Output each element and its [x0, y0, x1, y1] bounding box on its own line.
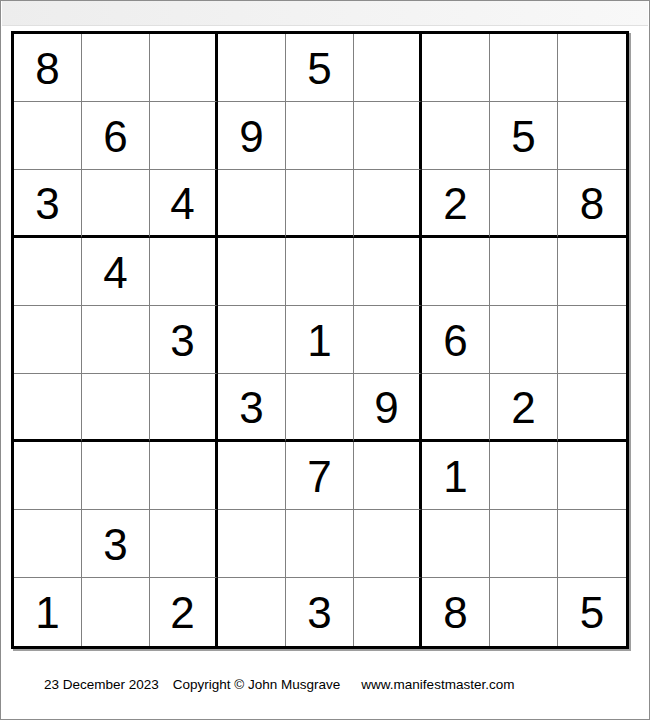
- given-digit: 5: [307, 47, 331, 91]
- given-digit: 2: [511, 386, 535, 430]
- given-digit: 6: [443, 319, 467, 363]
- cell-r2c6[interactable]: [354, 102, 422, 170]
- cell-r9c2[interactable]: [82, 578, 150, 646]
- cell-r6c9[interactable]: [558, 374, 626, 442]
- given-digit: 9: [239, 115, 263, 159]
- given-digit: 5: [580, 591, 604, 635]
- cell-r3c7: 2: [422, 170, 490, 238]
- cell-r8c2: 3: [82, 510, 150, 578]
- cell-r9c9: 5: [558, 578, 626, 646]
- cell-r8c8[interactable]: [490, 510, 558, 578]
- cell-r5c8[interactable]: [490, 306, 558, 374]
- cell-r3c5[interactable]: [286, 170, 354, 238]
- cell-r7c9[interactable]: [558, 442, 626, 510]
- cell-r2c8: 5: [490, 102, 558, 170]
- given-digit: 3: [170, 319, 194, 363]
- cell-r6c8: 2: [490, 374, 558, 442]
- cell-r1c6[interactable]: [354, 34, 422, 102]
- cell-r3c4[interactable]: [218, 170, 286, 238]
- given-digit: 3: [239, 386, 263, 430]
- cell-r6c4: 3: [218, 374, 286, 442]
- cell-r7c3[interactable]: [150, 442, 218, 510]
- cell-r4c2: 4: [82, 238, 150, 306]
- cell-r8c5[interactable]: [286, 510, 354, 578]
- given-digit: 4: [170, 182, 194, 226]
- cell-r4c9[interactable]: [558, 238, 626, 306]
- cell-r7c7: 1: [422, 442, 490, 510]
- cell-r2c4: 9: [218, 102, 286, 170]
- cell-r8c6[interactable]: [354, 510, 422, 578]
- cell-r1c7[interactable]: [422, 34, 490, 102]
- cell-r1c1: 8: [14, 34, 82, 102]
- cell-r2c1[interactable]: [14, 102, 82, 170]
- cell-r9c5: 3: [286, 578, 354, 646]
- cell-r9c4[interactable]: [218, 578, 286, 646]
- cell-r6c1[interactable]: [14, 374, 82, 442]
- given-digit: 5: [511, 115, 535, 159]
- cell-r5c6[interactable]: [354, 306, 422, 374]
- cell-r1c5: 5: [286, 34, 354, 102]
- cell-r5c1[interactable]: [14, 306, 82, 374]
- given-digit: 3: [307, 591, 331, 635]
- cell-r7c5: 7: [286, 442, 354, 510]
- given-digit: 3: [103, 523, 127, 567]
- cell-r4c4[interactable]: [218, 238, 286, 306]
- given-digit: 4: [103, 251, 127, 295]
- cell-r1c2[interactable]: [82, 34, 150, 102]
- cell-r9c6[interactable]: [354, 578, 422, 646]
- cell-r2c3[interactable]: [150, 102, 218, 170]
- puzzle-date: 23 December 2023: [44, 677, 159, 692]
- sudoku-board: 856953428431639271312385: [11, 31, 629, 649]
- cell-r2c5[interactable]: [286, 102, 354, 170]
- cell-r3c1: 3: [14, 170, 82, 238]
- cell-r5c7: 6: [422, 306, 490, 374]
- cell-r5c5: 1: [286, 306, 354, 374]
- cell-r3c9: 8: [558, 170, 626, 238]
- cell-r9c1: 1: [14, 578, 82, 646]
- cell-r4c7[interactable]: [422, 238, 490, 306]
- cell-r8c4[interactable]: [218, 510, 286, 578]
- given-digit: 9: [374, 386, 398, 430]
- cell-r4c1[interactable]: [14, 238, 82, 306]
- given-digit: 2: [170, 591, 194, 635]
- cell-r7c1[interactable]: [14, 442, 82, 510]
- cell-r4c5[interactable]: [286, 238, 354, 306]
- cell-r9c8[interactable]: [490, 578, 558, 646]
- cell-r4c6[interactable]: [354, 238, 422, 306]
- window-top-band: [2, 1, 648, 26]
- cell-r1c9[interactable]: [558, 34, 626, 102]
- cell-r2c7[interactable]: [422, 102, 490, 170]
- copyright-text: Copyright © John Musgrave: [173, 677, 341, 692]
- given-digit: 1: [307, 319, 331, 363]
- cell-r5c3: 3: [150, 306, 218, 374]
- cell-r7c6[interactable]: [354, 442, 422, 510]
- cell-r1c3[interactable]: [150, 34, 218, 102]
- cell-r7c4[interactable]: [218, 442, 286, 510]
- cell-r3c3: 4: [150, 170, 218, 238]
- cell-r7c2[interactable]: [82, 442, 150, 510]
- cell-r3c2[interactable]: [82, 170, 150, 238]
- cell-r5c9[interactable]: [558, 306, 626, 374]
- given-digit: 8: [580, 182, 604, 226]
- given-digit: 8: [35, 47, 59, 91]
- given-digit: 6: [103, 115, 127, 159]
- cell-r1c4[interactable]: [218, 34, 286, 102]
- cell-r8c3[interactable]: [150, 510, 218, 578]
- website-url: www.manifestmaster.com: [361, 677, 514, 692]
- cell-r9c7: 8: [422, 578, 490, 646]
- cell-r9c3: 2: [150, 578, 218, 646]
- given-digit: 3: [35, 182, 59, 226]
- cell-r5c4[interactable]: [218, 306, 286, 374]
- cell-r3c8[interactable]: [490, 170, 558, 238]
- cell-r8c1[interactable]: [14, 510, 82, 578]
- cell-r6c5[interactable]: [286, 374, 354, 442]
- cell-r8c7[interactable]: [422, 510, 490, 578]
- given-digit: 1: [443, 455, 467, 499]
- cell-r5c2[interactable]: [82, 306, 150, 374]
- given-digit: 8: [443, 591, 467, 635]
- cell-r8c9[interactable]: [558, 510, 626, 578]
- cell-r6c6: 9: [354, 374, 422, 442]
- cell-r2c2: 6: [82, 102, 150, 170]
- puzzle-page: 856953428431639271312385 23 December 202…: [0, 0, 650, 720]
- cell-r6c7[interactable]: [422, 374, 490, 442]
- cell-r2c9[interactable]: [558, 102, 626, 170]
- given-digit: 2: [443, 182, 467, 226]
- footer-caption: 23 December 2023Copyright © John Musgrav…: [44, 677, 514, 692]
- cell-r7c8[interactable]: [490, 442, 558, 510]
- cell-r6c3[interactable]: [150, 374, 218, 442]
- given-digit: 7: [307, 455, 331, 499]
- cell-r3c6[interactable]: [354, 170, 422, 238]
- cell-r6c2[interactable]: [82, 374, 150, 442]
- given-digit: 1: [35, 591, 59, 635]
- cell-r1c8[interactable]: [490, 34, 558, 102]
- cell-r4c3[interactable]: [150, 238, 218, 306]
- cell-r4c8[interactable]: [490, 238, 558, 306]
